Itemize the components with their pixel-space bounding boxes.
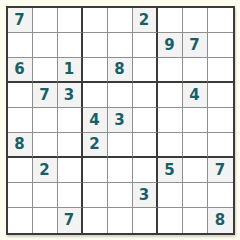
cell-r3c7[interactable] xyxy=(158,58,183,83)
cell-r5c7[interactable] xyxy=(158,108,183,133)
cell-r2c9[interactable] xyxy=(208,33,233,58)
cell-r6c2[interactable] xyxy=(33,133,58,158)
cell-r4c5[interactable] xyxy=(108,83,133,108)
cell-r4c8[interactable]: 4 xyxy=(183,83,208,108)
cell-r1c3[interactable] xyxy=(58,8,83,33)
cell-r5c2[interactable] xyxy=(33,108,58,133)
cell-r8c7[interactable] xyxy=(158,183,183,208)
cell-r3c4[interactable] xyxy=(83,58,108,83)
cell-r2c3[interactable] xyxy=(58,33,83,58)
cell-r3c1[interactable]: 6 xyxy=(8,58,33,83)
cell-r5c1[interactable] xyxy=(8,108,33,133)
cell-r2c7[interactable]: 9 xyxy=(158,33,183,58)
cell-r4c2[interactable]: 7 xyxy=(33,83,58,108)
cell-r1c8[interactable] xyxy=(183,8,208,33)
cell-r6c3[interactable] xyxy=(58,133,83,158)
cell-r6c8[interactable] xyxy=(183,133,208,158)
cell-r9c1[interactable] xyxy=(8,208,33,233)
cell-r9c7[interactable] xyxy=(158,208,183,233)
cell-r7c4[interactable] xyxy=(83,158,108,183)
cell-r6c1[interactable]: 8 xyxy=(8,133,33,158)
cell-r6c6[interactable] xyxy=(133,133,158,158)
cell-r8c5[interactable] xyxy=(108,183,133,208)
cell-r7c2[interactable]: 2 xyxy=(33,158,58,183)
cell-r7c7[interactable]: 5 xyxy=(158,158,183,183)
cell-r3c2[interactable] xyxy=(33,58,58,83)
cell-r6c7[interactable] xyxy=(158,133,183,158)
cell-r8c1[interactable] xyxy=(8,183,33,208)
cell-r9c9[interactable]: 8 xyxy=(208,208,233,233)
cell-r7c1[interactable] xyxy=(8,158,33,183)
cell-r1c6[interactable]: 2 xyxy=(133,8,158,33)
cell-r8c3[interactable] xyxy=(58,183,83,208)
cell-r2c1[interactable] xyxy=(8,33,33,58)
cell-r8c8[interactable] xyxy=(183,183,208,208)
cell-r3c8[interactable] xyxy=(183,58,208,83)
cell-r9c6[interactable] xyxy=(133,208,158,233)
cell-r1c7[interactable] xyxy=(158,8,183,33)
cell-r9c3[interactable]: 7 xyxy=(58,208,83,233)
cell-r4c3[interactable]: 3 xyxy=(58,83,83,108)
cell-r5c4[interactable]: 4 xyxy=(83,108,108,133)
cell-r5c6[interactable] xyxy=(133,108,158,133)
cell-r2c6[interactable] xyxy=(133,33,158,58)
cell-r6c9[interactable] xyxy=(208,133,233,158)
cell-r6c4[interactable]: 2 xyxy=(83,133,108,158)
cell-r7c5[interactable] xyxy=(108,158,133,183)
cell-r7c6[interactable] xyxy=(133,158,158,183)
cell-r1c4[interactable] xyxy=(83,8,108,33)
cell-r1c9[interactable] xyxy=(208,8,233,33)
cell-r8c2[interactable] xyxy=(33,183,58,208)
cell-r2c8[interactable]: 7 xyxy=(183,33,208,58)
sudoku-board: 72976187344382257378 xyxy=(6,6,235,235)
cell-r4c7[interactable] xyxy=(158,83,183,108)
cell-r9c8[interactable] xyxy=(183,208,208,233)
cell-r1c2[interactable] xyxy=(33,8,58,33)
cell-r8c9[interactable] xyxy=(208,183,233,208)
cell-r6c5[interactable] xyxy=(108,133,133,158)
cell-r4c1[interactable] xyxy=(8,83,33,108)
cell-r5c8[interactable] xyxy=(183,108,208,133)
cell-r9c4[interactable] xyxy=(83,208,108,233)
cell-r9c2[interactable] xyxy=(33,208,58,233)
cell-r9c5[interactable] xyxy=(108,208,133,233)
cell-r2c4[interactable] xyxy=(83,33,108,58)
cell-r7c3[interactable] xyxy=(58,158,83,183)
cell-r7c8[interactable] xyxy=(183,158,208,183)
cell-r3c9[interactable] xyxy=(208,58,233,83)
cell-r3c5[interactable]: 8 xyxy=(108,58,133,83)
cell-r1c5[interactable] xyxy=(108,8,133,33)
cell-r5c5[interactable]: 3 xyxy=(108,108,133,133)
cell-r4c6[interactable] xyxy=(133,83,158,108)
cell-r5c3[interactable] xyxy=(58,108,83,133)
cell-r7c9[interactable]: 7 xyxy=(208,158,233,183)
cell-r4c9[interactable] xyxy=(208,83,233,108)
cell-r3c3[interactable]: 1 xyxy=(58,58,83,83)
cell-r8c6[interactable]: 3 xyxy=(133,183,158,208)
cell-r1c1[interactable]: 7 xyxy=(8,8,33,33)
cell-r2c2[interactable] xyxy=(33,33,58,58)
cell-r2c5[interactable] xyxy=(108,33,133,58)
cell-r3c6[interactable] xyxy=(133,58,158,83)
cell-r8c4[interactable] xyxy=(83,183,108,208)
cell-r5c9[interactable] xyxy=(208,108,233,133)
cell-r4c4[interactable] xyxy=(83,83,108,108)
